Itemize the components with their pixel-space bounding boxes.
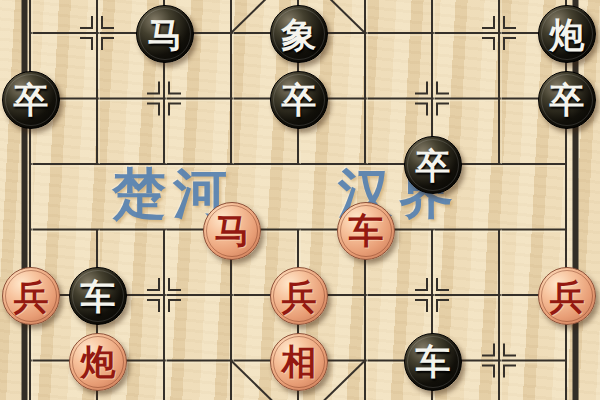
piece-black-soldier[interactable]: 卒 (270, 71, 328, 129)
piece-red-elephant[interactable]: 相 (270, 333, 328, 391)
piece-glyph: 炮 (81, 344, 116, 379)
piece-black-soldier[interactable]: 卒 (538, 71, 596, 129)
piece-black-chariot[interactable]: 车 (69, 267, 127, 325)
piece-glyph: 炮 (550, 17, 585, 52)
piece-red-soldier[interactable]: 兵 (2, 267, 60, 325)
piece-black-soldier[interactable]: 卒 (2, 71, 60, 129)
piece-black-soldier[interactable]: 卒 (404, 136, 462, 194)
piece-glyph: 卒 (416, 148, 451, 183)
piece-glyph: 车 (349, 213, 384, 248)
piece-glyph: 车 (416, 344, 451, 379)
piece-glyph: 马 (215, 213, 250, 248)
piece-glyph: 兵 (282, 279, 317, 314)
piece-red-horse[interactable]: 马 (203, 202, 261, 260)
xiangqi-board[interactable]: 楚河 汉界 马象炮卒卒卒卒马车兵车兵兵炮相车 (0, 0, 600, 400)
piece-red-soldier[interactable]: 兵 (270, 267, 328, 325)
piece-black-horse[interactable]: 马 (136, 5, 194, 63)
piece-glyph: 车 (81, 279, 116, 314)
piece-black-chariot[interactable]: 车 (404, 333, 462, 391)
piece-glyph: 卒 (550, 82, 585, 117)
piece-glyph: 相 (282, 344, 317, 379)
piece-black-elephant[interactable]: 象 (270, 5, 328, 63)
piece-glyph: 马 (148, 17, 183, 52)
piece-glyph: 卒 (14, 82, 49, 117)
piece-glyph: 象 (282, 17, 317, 52)
piece-glyph: 兵 (14, 279, 49, 314)
piece-red-cannon[interactable]: 炮 (69, 333, 127, 391)
piece-glyph: 兵 (550, 279, 585, 314)
piece-black-cannon[interactable]: 炮 (538, 5, 596, 63)
piece-glyph: 卒 (282, 82, 317, 117)
piece-red-chariot[interactable]: 车 (337, 202, 395, 260)
piece-red-soldier[interactable]: 兵 (538, 267, 596, 325)
